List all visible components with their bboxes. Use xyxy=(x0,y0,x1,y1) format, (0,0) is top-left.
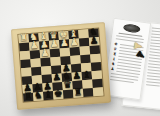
square-d7[interactable]: ♛ xyxy=(62,81,73,90)
square-f3[interactable]: ♟ xyxy=(40,49,51,58)
square-d8[interactable] xyxy=(63,90,74,99)
square-e6[interactable]: ♟ xyxy=(52,74,63,83)
board-frame: ♜♞♝♛♚♝♞♟♟♟♟♟♟♟♟♟♞♟♝♟♟♟♛♜♞♝♚♜ xyxy=(11,22,111,110)
board-grid: ♜♞♝♛♚♝♞♟♟♟♟♟♟♟♟♟♞♟♝♟♟♟♛♜♞♝♚♜ xyxy=(17,28,104,103)
piece-bK[interactable]: ♚ xyxy=(54,89,63,99)
piece-wP[interactable]: ♟ xyxy=(50,38,59,48)
square-g2[interactable]: ♟ xyxy=(29,42,40,51)
piece-bB[interactable]: ♝ xyxy=(82,70,91,80)
piece-bQ[interactable]: ♛ xyxy=(63,79,72,89)
piece-wP[interactable]: ♟ xyxy=(40,48,49,58)
square-b6[interactable]: ♝ xyxy=(82,71,93,80)
square-c6[interactable]: ♟ xyxy=(72,72,83,81)
piece-bR[interactable]: ♜ xyxy=(73,87,82,97)
piece-wP[interactable]: ♟ xyxy=(70,37,79,47)
product-photo-scene: ♚♛♜♝♞♟ ♜♞♝♛♚♝♞♟♟♟♟♟♟♟♟♟♞♟♝♟♟♟♛♜♞♝♚♜ ♟♟ xyxy=(0,0,160,116)
piece-bP[interactable]: ♟ xyxy=(52,72,61,82)
piece-bB[interactable]: ♝ xyxy=(44,89,53,99)
piece-wP[interactable]: ♟ xyxy=(60,38,69,48)
piece-bP[interactable]: ♟ xyxy=(72,70,81,80)
piece-bN[interactable]: ♞ xyxy=(34,90,43,100)
square-f8[interactable]: ♝ xyxy=(43,91,54,100)
piece-wP[interactable]: ♟ xyxy=(30,40,39,50)
chess-board: ♜♞♝♛♚♝♞♟♟♟♟♟♟♟♟♟♞♟♝♟♟♟♛♜♞♝♚♜ xyxy=(11,22,111,110)
piece-wR[interactable]: ♜ xyxy=(19,32,28,42)
square-g8[interactable]: ♞ xyxy=(33,92,44,101)
square-e2[interactable]: ♟ xyxy=(49,40,60,49)
square-a8[interactable] xyxy=(93,87,104,96)
square-c8[interactable]: ♜ xyxy=(73,89,84,98)
square-b8[interactable] xyxy=(83,88,94,97)
brand-logo-badge xyxy=(122,23,140,33)
piece-bR[interactable]: ♜ xyxy=(24,91,33,101)
square-h1[interactable]: ♜ xyxy=(18,34,29,43)
square-c2[interactable]: ♟ xyxy=(69,38,80,47)
square-d2[interactable]: ♟ xyxy=(59,39,70,48)
piece-bP[interactable]: ♟ xyxy=(89,35,98,45)
square-h8[interactable]: ♜ xyxy=(23,93,34,102)
square-e8[interactable]: ♚ xyxy=(53,90,64,99)
square-a2[interactable]: ♟ xyxy=(89,37,100,46)
